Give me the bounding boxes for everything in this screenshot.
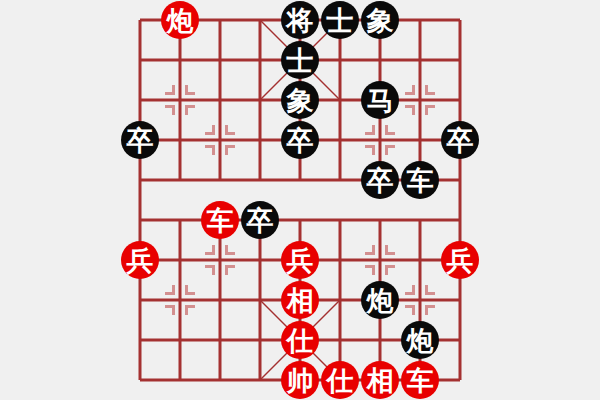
piece-red-elephant[interactable]: 相: [281, 281, 319, 319]
marker-corner: [425, 85, 435, 95]
marker-corner: [405, 105, 415, 115]
piece-red-elephant[interactable]: 相: [361, 361, 399, 399]
piece-red-cannon[interactable]: 炮: [161, 1, 199, 39]
marker-corner: [365, 245, 375, 255]
marker-corner: [425, 305, 435, 315]
marker-corner: [205, 265, 215, 275]
piece-red-soldier[interactable]: 兵: [281, 241, 319, 279]
piece-black-soldier[interactable]: 卒: [241, 201, 279, 239]
marker-corner: [225, 265, 235, 275]
marker-corner: [225, 145, 235, 155]
marker-corner: [365, 145, 375, 155]
piece-black-elephant[interactable]: 象: [281, 81, 319, 119]
marker-corner: [165, 105, 175, 115]
point-marker: [365, 125, 395, 155]
piece-red-advisor[interactable]: 仕: [321, 361, 359, 399]
piece-red-soldier[interactable]: 兵: [441, 241, 479, 279]
piece-black-general[interactable]: 将: [281, 1, 319, 39]
piece-black-soldier[interactable]: 卒: [361, 161, 399, 199]
marker-corner: [365, 125, 375, 135]
piece-red-advisor[interactable]: 仕: [281, 321, 319, 359]
marker-corner: [425, 285, 435, 295]
piece-black-advisor[interactable]: 士: [321, 1, 359, 39]
marker-corner: [185, 305, 195, 315]
piece-black-soldier[interactable]: 卒: [441, 121, 479, 159]
marker-corner: [405, 85, 415, 95]
piece-black-soldier[interactable]: 卒: [281, 121, 319, 159]
marker-corner: [165, 305, 175, 315]
marker-corner: [385, 125, 395, 135]
piece-red-chariot[interactable]: 车: [201, 201, 239, 239]
marker-corner: [405, 305, 415, 315]
marker-corner: [205, 125, 215, 135]
marker-corner: [165, 85, 175, 95]
marker-corner: [405, 285, 415, 295]
marker-corner: [185, 85, 195, 95]
xiangqi-board-screenshot: 炮将士象士象马卒卒卒卒车车卒兵兵兵相炮仕炮帅仕相车: [0, 0, 600, 400]
marker-corner: [205, 145, 215, 155]
marker-corner: [205, 245, 215, 255]
marker-corner: [225, 245, 235, 255]
point-marker: [205, 245, 235, 275]
xiangqi-board[interactable]: 炮将士象士象马卒卒卒卒车车卒兵兵兵相炮仕炮帅仕相车: [120, 0, 480, 400]
marker-corner: [385, 245, 395, 255]
point-marker: [165, 285, 195, 315]
marker-corner: [385, 145, 395, 155]
piece-black-cannon[interactable]: 炮: [361, 281, 399, 319]
piece-red-chariot[interactable]: 车: [401, 361, 439, 399]
piece-red-soldier[interactable]: 兵: [121, 241, 159, 279]
marker-corner: [225, 125, 235, 135]
marker-corner: [185, 285, 195, 295]
piece-black-chariot[interactable]: 车: [401, 161, 439, 199]
point-marker: [405, 285, 435, 315]
piece-black-horse[interactable]: 马: [361, 81, 399, 119]
piece-black-soldier[interactable]: 卒: [121, 121, 159, 159]
piece-black-cannon[interactable]: 炮: [401, 321, 439, 359]
marker-corner: [365, 265, 375, 275]
point-marker: [365, 245, 395, 275]
point-marker: [205, 125, 235, 155]
piece-black-advisor[interactable]: 士: [281, 41, 319, 79]
piece-black-elephant[interactable]: 象: [361, 1, 399, 39]
marker-corner: [385, 265, 395, 275]
marker-corner: [185, 105, 195, 115]
point-marker: [405, 85, 435, 115]
point-marker: [165, 85, 195, 115]
marker-corner: [165, 285, 175, 295]
marker-corner: [425, 105, 435, 115]
piece-red-general[interactable]: 帅: [281, 361, 319, 399]
